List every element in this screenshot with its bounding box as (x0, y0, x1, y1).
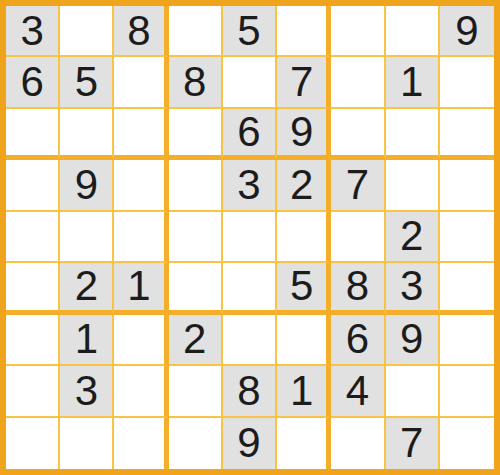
cell-r5c8[interactable]: 2 (386, 212, 440, 263)
cell-r3c5[interactable]: 6 (223, 109, 277, 160)
cell-r8c2[interactable]: 3 (60, 366, 114, 417)
cell-r6c8[interactable]: 3 (386, 263, 440, 314)
cell-r6c7[interactable]: 8 (331, 263, 385, 314)
cell-r8c8[interactable] (386, 366, 440, 417)
cell-r8c1[interactable] (6, 366, 60, 417)
cell-r1c8[interactable] (386, 6, 440, 57)
cell-r1c6[interactable] (277, 6, 331, 57)
cell-r5c7[interactable] (331, 212, 385, 263)
cell-r1c7[interactable] (331, 6, 385, 57)
cell-r4c1[interactable] (6, 160, 60, 211)
cell-r4c7[interactable]: 7 (331, 160, 385, 211)
cell-r2c9[interactable] (440, 57, 494, 108)
cell-r6c1[interactable] (6, 263, 60, 314)
cell-r3c9[interactable] (440, 109, 494, 160)
cell-r6c3[interactable]: 1 (114, 263, 168, 314)
cell-r5c2[interactable] (60, 212, 114, 263)
cell-r7c8[interactable]: 9 (386, 315, 440, 366)
cell-r4c6[interactable]: 2 (277, 160, 331, 211)
cell-r5c9[interactable] (440, 212, 494, 263)
cell-r6c4[interactable] (169, 263, 223, 314)
cell-r9c3[interactable] (114, 418, 168, 469)
cell-r1c1[interactable]: 3 (6, 6, 60, 57)
cell-r3c4[interactable] (169, 109, 223, 160)
cell-r2c3[interactable] (114, 57, 168, 108)
cell-r6c5[interactable] (223, 263, 277, 314)
cell-r9c8[interactable]: 7 (386, 418, 440, 469)
cell-r1c9[interactable]: 9 (440, 6, 494, 57)
cell-r2c6[interactable]: 7 (277, 57, 331, 108)
cell-r3c1[interactable] (6, 109, 60, 160)
cell-r1c5[interactable]: 5 (223, 6, 277, 57)
cell-r2c5[interactable] (223, 57, 277, 108)
cell-r8c7[interactable]: 4 (331, 366, 385, 417)
cell-r9c5[interactable]: 9 (223, 418, 277, 469)
cell-r9c9[interactable] (440, 418, 494, 469)
cell-r4c3[interactable] (114, 160, 168, 211)
cell-r7c2[interactable]: 1 (60, 315, 114, 366)
cell-r5c3[interactable] (114, 212, 168, 263)
cell-r4c9[interactable] (440, 160, 494, 211)
cell-r2c2[interactable]: 5 (60, 57, 114, 108)
cell-r2c8[interactable]: 1 (386, 57, 440, 108)
cell-r4c5[interactable]: 3 (223, 160, 277, 211)
cell-r2c4[interactable]: 8 (169, 57, 223, 108)
cell-r1c3[interactable]: 8 (114, 6, 168, 57)
cell-r6c6[interactable]: 5 (277, 263, 331, 314)
cell-r7c5[interactable] (223, 315, 277, 366)
cell-r8c3[interactable] (114, 366, 168, 417)
cell-r8c9[interactable] (440, 366, 494, 417)
cell-r9c2[interactable] (60, 418, 114, 469)
cell-r7c7[interactable]: 6 (331, 315, 385, 366)
cell-r7c3[interactable] (114, 315, 168, 366)
cell-r6c2[interactable]: 2 (60, 263, 114, 314)
cell-r8c4[interactable] (169, 366, 223, 417)
cell-r7c1[interactable] (6, 315, 60, 366)
cell-r7c6[interactable] (277, 315, 331, 366)
cell-r8c6[interactable]: 1 (277, 366, 331, 417)
cell-r2c1[interactable]: 6 (6, 57, 60, 108)
cell-r7c4[interactable]: 2 (169, 315, 223, 366)
cell-r9c6[interactable] (277, 418, 331, 469)
cell-r9c4[interactable] (169, 418, 223, 469)
cell-r6c9[interactable] (440, 263, 494, 314)
cell-r4c8[interactable] (386, 160, 440, 211)
cell-r5c6[interactable] (277, 212, 331, 263)
cell-r3c7[interactable] (331, 109, 385, 160)
cell-r3c6[interactable]: 9 (277, 109, 331, 160)
cell-r5c1[interactable] (6, 212, 60, 263)
cell-r9c1[interactable] (6, 418, 60, 469)
cell-r9c7[interactable] (331, 418, 385, 469)
cell-r5c5[interactable] (223, 212, 277, 263)
cell-r3c3[interactable] (114, 109, 168, 160)
cell-r3c8[interactable] (386, 109, 440, 160)
cell-r5c4[interactable] (169, 212, 223, 263)
cell-r1c4[interactable] (169, 6, 223, 57)
cell-r8c5[interactable]: 8 (223, 366, 277, 417)
cell-r7c9[interactable] (440, 315, 494, 366)
cell-r4c4[interactable] (169, 160, 223, 211)
cell-r3c2[interactable] (60, 109, 114, 160)
cell-r4c2[interactable]: 9 (60, 160, 114, 211)
cell-r1c2[interactable] (60, 6, 114, 57)
cell-r2c7[interactable] (331, 57, 385, 108)
sudoku-board: 3859658716993272215831269381497 (0, 0, 500, 475)
